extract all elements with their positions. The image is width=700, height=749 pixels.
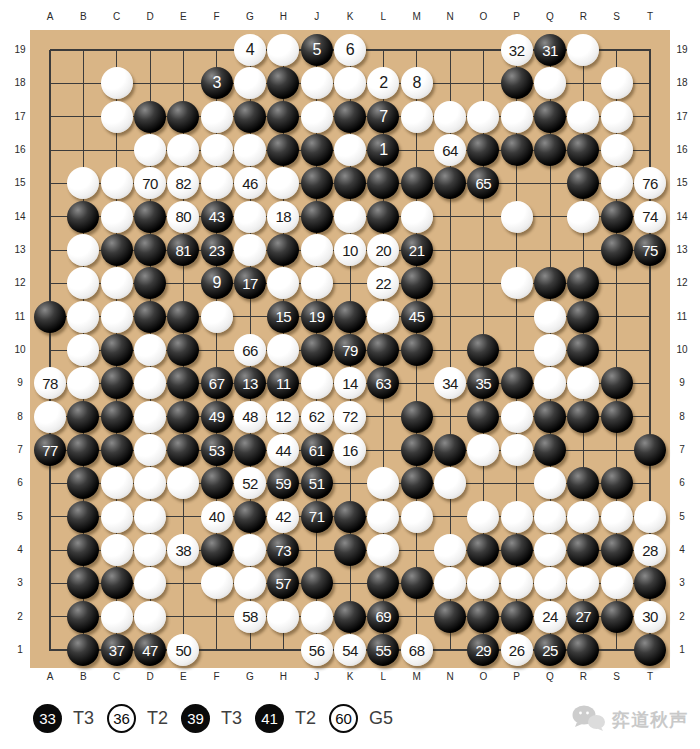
go-stone-black-R12 bbox=[567, 267, 599, 299]
go-stone-white-G14 bbox=[234, 201, 266, 233]
move-number: 52 bbox=[242, 475, 258, 492]
go-stone-white-N3 bbox=[434, 567, 466, 599]
move-number: 42 bbox=[275, 508, 291, 525]
go-stone-white-F3 bbox=[201, 567, 233, 599]
go-stone-black-L1: 55 bbox=[367, 634, 399, 666]
go-stone-white-H10 bbox=[267, 334, 299, 366]
go-stone-white-B12 bbox=[67, 267, 99, 299]
move-number: 32 bbox=[509, 42, 525, 59]
move-number: 26 bbox=[509, 642, 525, 659]
move-number: 73 bbox=[275, 542, 291, 559]
go-stone-white-C5 bbox=[101, 501, 133, 533]
go-stone-black-B4 bbox=[67, 534, 99, 566]
go-stone-white-N9: 34 bbox=[434, 367, 466, 399]
go-stone-black-S13 bbox=[601, 234, 633, 266]
legend-stone-white: 60 bbox=[329, 704, 358, 733]
move-number: 82 bbox=[175, 175, 191, 192]
go-stone-black-G17 bbox=[234, 101, 266, 133]
go-stone-black-E9 bbox=[167, 367, 199, 399]
move-number: 56 bbox=[309, 642, 325, 659]
coordinate-label-row: 1 bbox=[672, 644, 692, 656]
coordinate-label-row: 1 bbox=[10, 644, 30, 656]
move-number: 24 bbox=[542, 608, 558, 625]
go-stone-white-D5 bbox=[134, 501, 166, 533]
go-stone-black-B5 bbox=[67, 501, 99, 533]
go-stone-white-S17 bbox=[601, 101, 633, 133]
legend-stone-black: 39 bbox=[181, 704, 210, 733]
go-stone-white-E15: 82 bbox=[167, 167, 199, 199]
coordinate-label-row: 19 bbox=[672, 44, 692, 56]
go-stone-black-N15 bbox=[434, 167, 466, 199]
go-stone-black-F13: 23 bbox=[201, 234, 233, 266]
go-stone-white-E1: 50 bbox=[167, 634, 199, 666]
go-stone-black-E13: 81 bbox=[167, 234, 199, 266]
move-number: 13 bbox=[242, 375, 258, 392]
coordinate-label-col: M bbox=[407, 671, 427, 683]
move-number: 58 bbox=[242, 608, 258, 625]
go-stone-black-J15 bbox=[301, 167, 333, 199]
go-stone-black-L10 bbox=[367, 334, 399, 366]
go-stone-white-H15 bbox=[267, 167, 299, 199]
go-stone-black-S8 bbox=[601, 401, 633, 433]
legend-point: T2 bbox=[147, 708, 168, 729]
move-number: 22 bbox=[375, 275, 391, 292]
go-stone-black-R1 bbox=[567, 634, 599, 666]
go-stone-black-D13 bbox=[134, 234, 166, 266]
go-stone-black-O9: 35 bbox=[467, 367, 499, 399]
go-stone-black-J5: 71 bbox=[301, 501, 333, 533]
go-stone-white-Q10 bbox=[534, 334, 566, 366]
move-number: 3 bbox=[212, 74, 220, 92]
go-stone-black-S2 bbox=[601, 601, 633, 633]
coordinate-label-row: 19 bbox=[10, 44, 30, 56]
go-stone-white-L18: 2 bbox=[367, 67, 399, 99]
move-number: 68 bbox=[409, 642, 425, 659]
go-stone-white-K16 bbox=[334, 134, 366, 166]
go-stone-black-N2 bbox=[434, 601, 466, 633]
go-stone-black-Q8 bbox=[534, 401, 566, 433]
go-stone-white-P3 bbox=[501, 567, 533, 599]
go-stone-black-L9: 63 bbox=[367, 367, 399, 399]
go-stone-black-L14 bbox=[367, 201, 399, 233]
coordinate-label-row: 9 bbox=[672, 377, 692, 389]
go-stone-white-C11 bbox=[101, 301, 133, 333]
move-number: 72 bbox=[342, 408, 358, 425]
coordinate-label-row: 17 bbox=[10, 111, 30, 123]
move-number: 55 bbox=[375, 642, 391, 659]
coordinate-label-col: N bbox=[440, 11, 460, 23]
go-stone-white-G15: 46 bbox=[234, 167, 266, 199]
coordinate-label-col: G bbox=[240, 671, 260, 683]
go-stone-white-F16 bbox=[201, 134, 233, 166]
go-stone-black-M8 bbox=[401, 401, 433, 433]
coordinate-label-col: M bbox=[407, 11, 427, 23]
go-stone-white-D8 bbox=[134, 401, 166, 433]
go-stone-black-H3: 57 bbox=[267, 567, 299, 599]
coordinate-label-col: G bbox=[240, 11, 260, 23]
legend-stone-black: 41 bbox=[255, 704, 284, 733]
move-number: 43 bbox=[209, 208, 225, 225]
go-stone-black-O4 bbox=[467, 534, 499, 566]
go-stone-black-D14 bbox=[134, 201, 166, 233]
go-stone-white-P19: 32 bbox=[501, 34, 533, 66]
move-number: 69 bbox=[375, 608, 391, 625]
coordinate-label-row: 9 bbox=[10, 377, 30, 389]
go-stone-white-J9 bbox=[301, 367, 333, 399]
coordinate-label-col: J bbox=[307, 11, 327, 23]
go-stone-black-K17 bbox=[334, 101, 366, 133]
go-stone-black-P16 bbox=[501, 134, 533, 166]
go-stone-white-A8 bbox=[34, 401, 66, 433]
go-stone-white-Q6 bbox=[534, 467, 566, 499]
go-stone-white-L12: 22 bbox=[367, 267, 399, 299]
go-stone-white-K19: 6 bbox=[334, 34, 366, 66]
go-stone-white-S5 bbox=[601, 501, 633, 533]
go-stone-black-H6: 59 bbox=[267, 467, 299, 499]
move-number: 12 bbox=[275, 408, 291, 425]
legend-entry: 33T3 bbox=[33, 704, 94, 733]
go-stone-white-L6 bbox=[367, 467, 399, 499]
go-stone-black-R10 bbox=[567, 334, 599, 366]
go-stone-white-C2 bbox=[101, 601, 133, 633]
go-stone-black-C9 bbox=[101, 367, 133, 399]
move-number: 28 bbox=[642, 542, 658, 559]
go-stone-black-S4 bbox=[601, 534, 633, 566]
go-stone-black-T3 bbox=[634, 567, 666, 599]
coordinate-label-row: 11 bbox=[672, 311, 692, 323]
go-stone-white-H5: 42 bbox=[267, 501, 299, 533]
go-stone-white-D15: 70 bbox=[134, 167, 166, 199]
move-number: 14 bbox=[342, 375, 358, 392]
move-number: 31 bbox=[542, 42, 558, 59]
go-stone-white-D7 bbox=[134, 434, 166, 466]
go-stone-white-C4 bbox=[101, 534, 133, 566]
move-number: 30 bbox=[642, 608, 658, 625]
go-board-diagram: AABBCCDDEEFFGGHHJJKKLLMMNNOOPPQQRRSSTT19… bbox=[0, 0, 700, 700]
coordinate-label-col: L bbox=[373, 671, 393, 683]
go-stone-white-C18 bbox=[101, 67, 133, 99]
go-stone-black-L17: 7 bbox=[367, 101, 399, 133]
go-stone-white-J17 bbox=[301, 101, 333, 133]
coordinate-label-col: F bbox=[207, 671, 227, 683]
coordinate-label-row: 12 bbox=[672, 277, 692, 289]
move-number: 16 bbox=[342, 442, 358, 459]
coordinate-label-row: 2 bbox=[10, 611, 30, 623]
go-stone-black-G5 bbox=[234, 501, 266, 533]
go-stone-white-Q9 bbox=[534, 367, 566, 399]
go-stone-black-S6 bbox=[601, 467, 633, 499]
go-stone-white-G8: 48 bbox=[234, 401, 266, 433]
move-number: 5 bbox=[312, 41, 320, 59]
go-stone-black-D17 bbox=[134, 101, 166, 133]
go-stone-black-B6 bbox=[67, 467, 99, 499]
go-stone-white-G18 bbox=[234, 67, 266, 99]
go-stone-white-L4 bbox=[367, 534, 399, 566]
go-stone-white-D9 bbox=[134, 367, 166, 399]
coordinate-label-col: J bbox=[307, 671, 327, 683]
go-stone-white-K14 bbox=[334, 201, 366, 233]
go-stone-black-F18: 3 bbox=[201, 67, 233, 99]
go-stone-black-R16 bbox=[567, 134, 599, 166]
move-number: 76 bbox=[642, 175, 658, 192]
go-stone-black-J3 bbox=[301, 567, 333, 599]
go-stone-black-Q1: 25 bbox=[534, 634, 566, 666]
coordinate-label-col: O bbox=[473, 11, 493, 23]
go-stone-black-J7: 61 bbox=[301, 434, 333, 466]
go-stone-black-M10 bbox=[401, 334, 433, 366]
coordinate-label-row: 15 bbox=[10, 177, 30, 189]
go-stone-black-B14 bbox=[67, 201, 99, 233]
go-stone-black-O16 bbox=[467, 134, 499, 166]
go-stone-black-F8: 49 bbox=[201, 401, 233, 433]
go-stone-black-J10 bbox=[301, 334, 333, 366]
go-stone-black-A7: 77 bbox=[34, 434, 66, 466]
go-board: 4563231328716470824665768043187481231020… bbox=[30, 30, 670, 668]
legend-point: T3 bbox=[73, 708, 94, 729]
go-stone-white-P5 bbox=[501, 501, 533, 533]
coordinate-label-col: Q bbox=[540, 11, 560, 23]
go-stone-white-O3 bbox=[467, 567, 499, 599]
go-stone-black-J19: 5 bbox=[301, 34, 333, 66]
coordinate-label-col: T bbox=[640, 11, 660, 23]
go-stone-white-K8: 72 bbox=[334, 401, 366, 433]
wechat-icon bbox=[571, 703, 607, 737]
go-stone-black-P2 bbox=[501, 601, 533, 633]
go-stone-white-H7: 44 bbox=[267, 434, 299, 466]
coordinate-label-col: N bbox=[440, 671, 460, 683]
go-stone-white-K13: 10 bbox=[334, 234, 366, 266]
legend-entry: 41T2 bbox=[255, 704, 316, 733]
go-stone-white-G19: 4 bbox=[234, 34, 266, 66]
move-number: 18 bbox=[275, 208, 291, 225]
coordinate-label-row: 5 bbox=[10, 511, 30, 523]
go-stone-black-M7 bbox=[401, 434, 433, 466]
go-stone-white-K7: 16 bbox=[334, 434, 366, 466]
coordinate-label-row: 13 bbox=[672, 244, 692, 256]
go-stone-white-Q18 bbox=[534, 67, 566, 99]
go-stone-black-G12: 17 bbox=[234, 267, 266, 299]
go-stone-black-C8 bbox=[101, 401, 133, 433]
coordinate-label-col: D bbox=[140, 11, 160, 23]
coordinate-label-row: 10 bbox=[672, 344, 692, 356]
move-number: 7 bbox=[379, 108, 387, 126]
go-stone-black-O10 bbox=[467, 334, 499, 366]
go-stone-black-E8 bbox=[167, 401, 199, 433]
legend-entry: 60G5 bbox=[329, 704, 393, 733]
go-stone-white-J18 bbox=[301, 67, 333, 99]
go-stone-white-Q3 bbox=[534, 567, 566, 599]
coordinate-label-row: 3 bbox=[672, 577, 692, 589]
coordinate-label-row: 6 bbox=[10, 477, 30, 489]
coordinate-label-col: L bbox=[373, 11, 393, 23]
move-number: 61 bbox=[309, 442, 325, 459]
watermark-text: 弈道秋声 bbox=[612, 708, 688, 732]
go-stone-white-S3 bbox=[601, 567, 633, 599]
go-stone-black-P18 bbox=[501, 67, 533, 99]
go-stone-white-G4 bbox=[234, 534, 266, 566]
go-stone-white-B11 bbox=[67, 301, 99, 333]
go-stone-black-C13 bbox=[101, 234, 133, 266]
move-number: 25 bbox=[542, 642, 558, 659]
coordinate-label-col: D bbox=[140, 671, 160, 683]
go-stone-white-O5 bbox=[467, 501, 499, 533]
go-stone-white-Q5 bbox=[534, 501, 566, 533]
coordinate-label-col: R bbox=[573, 671, 593, 683]
go-stone-white-G3 bbox=[234, 567, 266, 599]
go-stone-white-J13 bbox=[301, 234, 333, 266]
go-stone-white-D3 bbox=[134, 567, 166, 599]
coordinate-label-col: E bbox=[173, 671, 193, 683]
go-stone-white-P1: 26 bbox=[501, 634, 533, 666]
go-stone-black-M13: 21 bbox=[401, 234, 433, 266]
go-stone-white-D4 bbox=[134, 534, 166, 566]
coordinate-label-col: S bbox=[607, 671, 627, 683]
move-number: 2 bbox=[379, 74, 387, 92]
go-stone-white-G6: 52 bbox=[234, 467, 266, 499]
go-stone-white-T4: 28 bbox=[634, 534, 666, 566]
move-number: 44 bbox=[275, 442, 291, 459]
go-stone-black-S9 bbox=[601, 367, 633, 399]
coordinate-label-col: B bbox=[73, 11, 93, 23]
go-stone-white-J12 bbox=[301, 267, 333, 299]
go-stone-black-M15 bbox=[401, 167, 433, 199]
coordinate-label-col: T bbox=[640, 671, 660, 683]
coordinate-label-col: E bbox=[173, 11, 193, 23]
go-stone-black-E10 bbox=[167, 334, 199, 366]
go-stone-black-C3 bbox=[101, 567, 133, 599]
move-number: 46 bbox=[242, 175, 258, 192]
go-stone-white-M18: 8 bbox=[401, 67, 433, 99]
go-stone-white-M5 bbox=[401, 501, 433, 533]
coordinate-label-row: 12 bbox=[10, 277, 30, 289]
coordinate-label-col: B bbox=[73, 671, 93, 683]
move-number: 77 bbox=[42, 442, 58, 459]
move-number: 47 bbox=[142, 642, 158, 659]
coordinate-label-row: 15 bbox=[672, 177, 692, 189]
go-stone-black-H11: 15 bbox=[267, 301, 299, 333]
go-stone-black-F7: 53 bbox=[201, 434, 233, 466]
go-stone-white-R5 bbox=[567, 501, 599, 533]
go-stone-white-H8: 12 bbox=[267, 401, 299, 433]
go-stone-white-P12 bbox=[501, 267, 533, 299]
go-stone-black-H18 bbox=[267, 67, 299, 99]
go-stone-black-Q7 bbox=[534, 434, 566, 466]
go-stone-white-T15: 76 bbox=[634, 167, 666, 199]
move-number: 74 bbox=[642, 208, 658, 225]
coordinate-label-row: 13 bbox=[10, 244, 30, 256]
move-number: 9 bbox=[212, 274, 220, 292]
go-stone-white-C17 bbox=[101, 101, 133, 133]
move-number: 50 bbox=[175, 642, 191, 659]
coordinate-label-row: 16 bbox=[10, 144, 30, 156]
go-stone-black-C7 bbox=[101, 434, 133, 466]
coordinate-label-col: R bbox=[573, 11, 593, 23]
go-stone-white-L13: 20 bbox=[367, 234, 399, 266]
go-stone-black-G9: 13 bbox=[234, 367, 266, 399]
go-stone-white-B15 bbox=[67, 167, 99, 199]
coordinate-label-col: C bbox=[107, 671, 127, 683]
move-number: 66 bbox=[242, 342, 258, 359]
go-stone-white-Q2: 24 bbox=[534, 601, 566, 633]
go-stone-black-H16 bbox=[267, 134, 299, 166]
move-number: 15 bbox=[275, 308, 291, 325]
go-stone-black-F6 bbox=[201, 467, 233, 499]
move-number: 59 bbox=[275, 475, 291, 492]
legend-stone-black: 33 bbox=[33, 704, 62, 733]
go-stone-black-K15 bbox=[334, 167, 366, 199]
go-stone-black-R8 bbox=[567, 401, 599, 433]
go-stone-white-L11 bbox=[367, 301, 399, 333]
go-stone-black-B2 bbox=[67, 601, 99, 633]
move-number: 8 bbox=[412, 74, 420, 92]
move-number: 34 bbox=[442, 375, 458, 392]
go-stone-black-P9 bbox=[501, 367, 533, 399]
go-stone-white-O7 bbox=[467, 434, 499, 466]
coordinate-label-col: Q bbox=[540, 671, 560, 683]
move-number: 1 bbox=[379, 141, 387, 159]
go-stone-black-G7 bbox=[234, 434, 266, 466]
move-number: 63 bbox=[375, 375, 391, 392]
go-stone-white-G10: 66 bbox=[234, 334, 266, 366]
coordinate-label-row: 11 bbox=[10, 311, 30, 323]
go-stone-white-F5: 40 bbox=[201, 501, 233, 533]
go-stone-white-E6 bbox=[167, 467, 199, 499]
go-stone-black-R6 bbox=[567, 467, 599, 499]
coordinate-label-col: O bbox=[473, 671, 493, 683]
go-stone-black-T7 bbox=[634, 434, 666, 466]
go-stone-white-N16: 64 bbox=[434, 134, 466, 166]
coordinate-label-row: 6 bbox=[672, 477, 692, 489]
go-stone-black-J6: 51 bbox=[301, 467, 333, 499]
legend-point: T3 bbox=[221, 708, 242, 729]
go-stone-black-O15: 65 bbox=[467, 167, 499, 199]
go-stone-white-J1: 56 bbox=[301, 634, 333, 666]
move-number: 11 bbox=[276, 375, 291, 392]
go-stone-white-P17 bbox=[501, 101, 533, 133]
coordinate-label-row: 18 bbox=[10, 77, 30, 89]
go-stone-black-R2: 27 bbox=[567, 601, 599, 633]
go-stone-white-G13 bbox=[234, 234, 266, 266]
go-stone-white-H12 bbox=[267, 267, 299, 299]
go-stone-white-M17 bbox=[401, 101, 433, 133]
go-stone-black-K4 bbox=[334, 534, 366, 566]
go-stone-white-H2 bbox=[267, 601, 299, 633]
legend-entry: 39T3 bbox=[181, 704, 242, 733]
go-stone-black-B1 bbox=[67, 634, 99, 666]
go-stone-black-Q16 bbox=[534, 134, 566, 166]
move-number: 49 bbox=[209, 408, 225, 425]
go-stone-white-R3 bbox=[567, 567, 599, 599]
go-stone-black-L3 bbox=[367, 567, 399, 599]
coordinate-label-row: 14 bbox=[10, 211, 30, 223]
go-stone-white-R17 bbox=[567, 101, 599, 133]
coordinate-label-col: P bbox=[507, 671, 527, 683]
go-stone-white-K9: 14 bbox=[334, 367, 366, 399]
move-number: 80 bbox=[175, 208, 191, 225]
go-stone-white-F11 bbox=[201, 301, 233, 333]
legend-entry: 36T2 bbox=[107, 704, 168, 733]
go-stone-black-H13 bbox=[267, 234, 299, 266]
go-stone-black-S14 bbox=[601, 201, 633, 233]
go-stone-black-D11 bbox=[134, 301, 166, 333]
move-number: 19 bbox=[309, 308, 325, 325]
go-stone-white-A9: 78 bbox=[34, 367, 66, 399]
go-stone-white-K18 bbox=[334, 67, 366, 99]
go-stone-black-T1 bbox=[634, 634, 666, 666]
go-stone-black-L15 bbox=[367, 167, 399, 199]
move-number: 64 bbox=[442, 142, 458, 159]
move-number: 45 bbox=[409, 308, 425, 325]
